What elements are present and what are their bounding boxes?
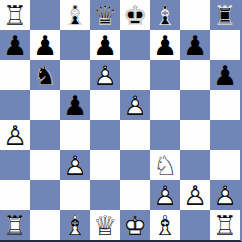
square-c5[interactable]: [60, 90, 90, 120]
square-a8[interactable]: [0, 0, 30, 30]
black-pawn: [0, 30, 30, 60]
white-pawn: [210, 180, 240, 210]
square-f8[interactable]: [150, 0, 180, 30]
square-e4[interactable]: [120, 120, 150, 150]
black-rook: [210, 0, 240, 30]
square-g3[interactable]: [180, 150, 210, 180]
square-h8[interactable]: [210, 0, 240, 30]
square-e7[interactable]: [120, 30, 150, 60]
square-f2[interactable]: [150, 180, 180, 210]
white-pawn: [0, 120, 30, 150]
square-f7[interactable]: [150, 30, 180, 60]
square-h6[interactable]: [210, 60, 240, 90]
square-b2[interactable]: [30, 180, 60, 210]
square-a4[interactable]: [0, 120, 30, 150]
square-g4[interactable]: [180, 120, 210, 150]
black-king: [120, 0, 150, 30]
square-c8[interactable]: [60, 0, 90, 30]
square-e6[interactable]: [120, 60, 150, 90]
black-pawn: [180, 30, 210, 60]
square-f1[interactable]: [150, 210, 180, 240]
square-h3[interactable]: [210, 150, 240, 180]
white-rook: [0, 210, 30, 240]
white-pawn: [60, 150, 90, 180]
square-f4[interactable]: [150, 120, 180, 150]
black-pawn: [150, 30, 180, 60]
square-c4[interactable]: [60, 120, 90, 150]
square-b1[interactable]: [30, 210, 60, 240]
square-e3[interactable]: [120, 150, 150, 180]
square-a7[interactable]: [0, 30, 30, 60]
square-g1[interactable]: [180, 210, 210, 240]
square-d7[interactable]: [90, 30, 120, 60]
square-f5[interactable]: [150, 90, 180, 120]
white-queen: [90, 210, 120, 240]
square-f3[interactable]: [150, 150, 180, 180]
square-d8[interactable]: [90, 0, 120, 30]
square-d1[interactable]: [90, 210, 120, 240]
square-a3[interactable]: [0, 150, 30, 180]
white-pawn: [90, 60, 120, 90]
square-c6[interactable]: [60, 60, 90, 90]
white-knight: [150, 150, 180, 180]
square-a2[interactable]: [0, 180, 30, 210]
white-bishop: [60, 210, 90, 240]
square-e2[interactable]: [120, 180, 150, 210]
white-king: [120, 210, 150, 240]
square-g6[interactable]: [180, 60, 210, 90]
square-h7[interactable]: [210, 30, 240, 60]
square-c3[interactable]: [60, 150, 90, 180]
square-d4[interactable]: [90, 120, 120, 150]
white-rook: [0, 0, 30, 30]
black-pawn: [60, 90, 90, 120]
square-d3[interactable]: [90, 150, 120, 180]
square-h1[interactable]: [210, 210, 240, 240]
square-d5[interactable]: [90, 90, 120, 120]
square-d2[interactable]: [90, 180, 120, 210]
chess-board: [0, 0, 242, 242]
white-pawn: [150, 180, 180, 210]
white-bishop: [150, 210, 180, 240]
square-g8[interactable]: [180, 0, 210, 30]
square-b6[interactable]: [30, 60, 60, 90]
square-h5[interactable]: [210, 90, 240, 120]
square-c7[interactable]: [60, 30, 90, 60]
black-pawn: [30, 30, 60, 60]
square-b5[interactable]: [30, 90, 60, 120]
square-a6[interactable]: [0, 60, 30, 90]
square-e1[interactable]: [120, 210, 150, 240]
square-c1[interactable]: [60, 210, 90, 240]
square-b7[interactable]: [30, 30, 60, 60]
square-h4[interactable]: [210, 120, 240, 150]
black-bishop: [60, 0, 90, 30]
square-g2[interactable]: [180, 180, 210, 210]
white-pawn: [180, 180, 210, 210]
square-c2[interactable]: [60, 180, 90, 210]
black-bishop: [150, 0, 180, 30]
black-knight: [30, 60, 60, 90]
square-d6[interactable]: [90, 60, 120, 90]
square-a1[interactable]: [0, 210, 30, 240]
square-a5[interactable]: [0, 90, 30, 120]
square-g5[interactable]: [180, 90, 210, 120]
black-pawn: [90, 30, 120, 60]
square-h2[interactable]: [210, 180, 240, 210]
square-g7[interactable]: [180, 30, 210, 60]
white-pawn: [120, 90, 150, 120]
square-e8[interactable]: [120, 0, 150, 30]
white-rook: [210, 210, 240, 240]
square-e5[interactable]: [120, 90, 150, 120]
square-b4[interactable]: [30, 120, 60, 150]
square-b8[interactable]: [30, 0, 60, 30]
square-f6[interactable]: [150, 60, 180, 90]
black-pawn: [210, 60, 240, 90]
black-queen: [90, 0, 120, 30]
square-b3[interactable]: [30, 150, 60, 180]
